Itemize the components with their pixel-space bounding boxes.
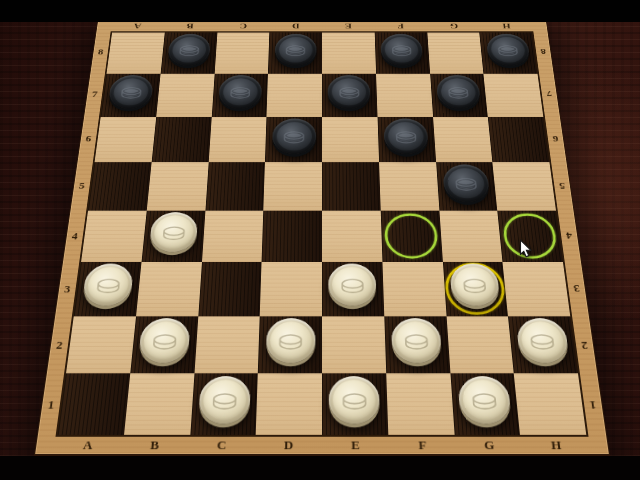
square-e1[interactable]: ⛀: [322, 374, 388, 435]
white-man-e1[interactable]: ⛀: [329, 376, 380, 424]
white-man-b4[interactable]: ⛀: [149, 213, 199, 253]
square-d4[interactable]: [262, 211, 322, 262]
square-g5[interactable]: ⛂: [436, 162, 498, 210]
square-c1[interactable]: ⛀: [190, 374, 258, 435]
black-man-f8[interactable]: ⛂: [380, 34, 423, 66]
file-label-top-h: H: [479, 21, 533, 32]
file-label-top-d: D: [269, 21, 322, 32]
square-e2: [322, 316, 386, 374]
square-c8: [214, 33, 269, 74]
black-man-e7[interactable]: ⛂: [328, 75, 371, 109]
game-screen: ABCDEFGH ABCDEFGH 87654321 87654321 ⛂⛂⛂⛂…: [0, 0, 640, 480]
square-d3: [260, 262, 322, 316]
file-label-top-g: G: [427, 21, 481, 32]
square-h3: [503, 262, 571, 316]
square-d7: [267, 74, 322, 117]
square-h2[interactable]: ⛀: [508, 316, 578, 374]
file-labels-bottom: ABCDEFGH: [53, 437, 591, 454]
mouse-cursor: [519, 239, 533, 263]
file-label-bottom-e: E: [322, 437, 389, 454]
file-label-top-b: B: [164, 21, 218, 32]
square-b8[interactable]: ⛂: [160, 33, 217, 74]
square-b4[interactable]: ⛀: [141, 211, 205, 262]
square-b7: [156, 74, 214, 117]
white-man-g1[interactable]: ⛀: [457, 376, 512, 424]
black-man-b8[interactable]: ⛂: [167, 34, 211, 66]
square-d2[interactable]: ⛀: [258, 316, 322, 374]
black-man-d8[interactable]: ⛂: [274, 34, 316, 66]
square-g8: [427, 33, 484, 74]
square-b1: [124, 374, 194, 435]
square-f1: [386, 374, 454, 435]
black-man-f6[interactable]: ⛂: [383, 119, 428, 154]
square-e6: [322, 117, 379, 163]
move-target-ring-f4[interactable]: [384, 214, 439, 259]
square-g6: [433, 117, 493, 163]
letterbox-bottom: [0, 456, 640, 480]
square-f6[interactable]: ⛂: [377, 117, 435, 163]
square-e7[interactable]: ⛂: [322, 74, 377, 117]
square-c3[interactable]: [198, 262, 262, 316]
square-c5[interactable]: [205, 162, 265, 210]
square-a3[interactable]: ⛀: [74, 262, 142, 316]
white-man-b2[interactable]: ⛀: [138, 318, 191, 363]
square-h8[interactable]: ⛂: [479, 33, 537, 74]
white-man-f2[interactable]: ⛀: [391, 318, 442, 363]
square-d8[interactable]: ⛂: [268, 33, 322, 74]
letterbox-top: [0, 0, 640, 22]
square-e5[interactable]: [322, 162, 380, 210]
checkers-board: ABCDEFGH ABCDEFGH 87654321 87654321 ⛂⛂⛂⛂…: [34, 20, 610, 455]
square-e8: [322, 33, 376, 74]
black-man-d6[interactable]: ⛂: [272, 119, 316, 154]
square-h7: [484, 74, 544, 117]
square-a7[interactable]: ⛂: [101, 74, 161, 117]
square-e4: [322, 211, 382, 262]
square-c4: [202, 211, 264, 262]
file-label-top-e: E: [322, 21, 375, 32]
square-b3: [136, 262, 202, 316]
square-g2: [446, 316, 514, 374]
square-g3[interactable]: ⛀: [442, 262, 508, 316]
square-f7: [376, 74, 433, 117]
square-h1: [514, 374, 586, 435]
square-d6[interactable]: ⛂: [265, 117, 322, 163]
square-a5[interactable]: [88, 162, 151, 210]
square-a4: [81, 211, 146, 262]
square-f8[interactable]: ⛂: [374, 33, 429, 74]
file-label-bottom-g: G: [455, 437, 523, 454]
square-f4[interactable]: [380, 211, 442, 262]
square-e3[interactable]: ⛀: [322, 262, 384, 316]
white-man-h2[interactable]: ⛀: [515, 318, 569, 363]
file-labels-top: ABCDEFGH: [111, 21, 534, 32]
square-f2[interactable]: ⛀: [384, 316, 450, 374]
square-a6: [95, 117, 156, 163]
square-g7[interactable]: ⛂: [430, 74, 488, 117]
board-grid: ⛂⛂⛂⛂⛂⛂⛂⛂⛂⛂⛂⛀⛀⛀⛀⛀⛀⛀⛀⛀⛀⛀: [55, 31, 588, 436]
square-c7[interactable]: ⛂: [211, 74, 268, 117]
square-h5: [493, 162, 556, 210]
square-b6[interactable]: [151, 117, 211, 163]
square-g4: [439, 211, 503, 262]
file-label-bottom-h: H: [522, 437, 591, 454]
white-man-e3[interactable]: ⛀: [329, 264, 377, 306]
square-h6[interactable]: [488, 117, 549, 163]
file-label-bottom-a: A: [53, 437, 122, 454]
square-a1[interactable]: [58, 374, 130, 435]
black-man-a7[interactable]: ⛂: [108, 75, 154, 109]
file-label-bottom-f: F: [389, 437, 457, 454]
file-label-bottom-b: B: [120, 437, 188, 454]
square-c6: [208, 117, 266, 163]
square-a8: [107, 33, 165, 74]
white-man-d2[interactable]: ⛀: [265, 318, 315, 363]
square-g1[interactable]: ⛀: [450, 374, 520, 435]
file-label-bottom-c: C: [188, 437, 256, 454]
square-d1: [256, 374, 322, 435]
file-label-top-f: F: [374, 21, 427, 32]
square-b2[interactable]: ⛀: [130, 316, 198, 374]
square-f3: [382, 262, 446, 316]
black-man-g5[interactable]: ⛂: [442, 164, 490, 201]
file-label-bottom-d: D: [255, 437, 322, 454]
square-b5: [147, 162, 209, 210]
file-label-top-a: A: [111, 21, 165, 32]
square-f5: [379, 162, 439, 210]
file-label-top-c: C: [216, 21, 269, 32]
square-a2: [66, 316, 136, 374]
white-man-c1[interactable]: ⛀: [198, 376, 251, 424]
black-man-h8[interactable]: ⛂: [485, 34, 530, 66]
black-man-g7[interactable]: ⛂: [436, 75, 481, 109]
square-d5: [264, 162, 322, 210]
square-c2: [194, 316, 260, 374]
black-man-c7[interactable]: ⛂: [218, 75, 262, 109]
white-man-a3[interactable]: ⛀: [82, 264, 135, 306]
